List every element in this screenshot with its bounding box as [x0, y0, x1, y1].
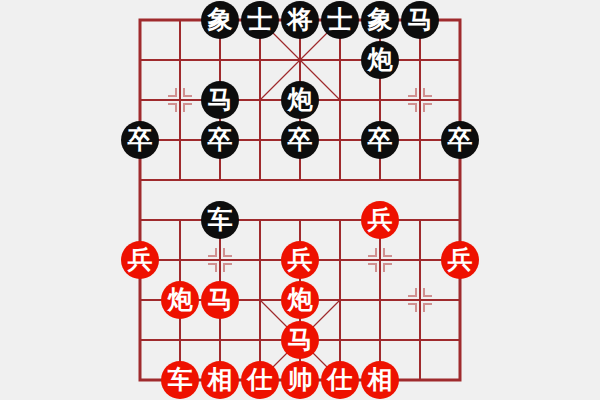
- piece-black-soldier[interactable]: 卒: [441, 121, 479, 159]
- board-point[interactable]: [320, 160, 360, 200]
- board-point[interactable]: [200, 320, 240, 360]
- piece-red-cannon[interactable]: 炮: [161, 281, 199, 319]
- board-point[interactable]: [200, 40, 240, 80]
- board-point[interactable]: 炮: [360, 40, 400, 80]
- board-point[interactable]: [160, 240, 200, 280]
- point-marker-corner: [408, 103, 417, 112]
- board-point[interactable]: [240, 120, 280, 160]
- board-point[interactable]: [240, 160, 280, 200]
- board-point[interactable]: 仕: [320, 360, 360, 400]
- point-marker-corner: [383, 248, 392, 257]
- board-point[interactable]: [280, 200, 320, 240]
- board-point[interactable]: 将: [280, 0, 320, 40]
- board-point[interactable]: [320, 120, 360, 160]
- board-point[interactable]: 象: [360, 0, 400, 40]
- board-point[interactable]: 士: [320, 0, 360, 40]
- point-marker-corner: [408, 303, 417, 312]
- board-point[interactable]: [360, 280, 400, 320]
- piece-red-soldier[interactable]: 兵: [281, 241, 319, 279]
- board-point[interactable]: [320, 80, 360, 120]
- board-point[interactable]: [240, 240, 280, 280]
- board-point[interactable]: [440, 200, 480, 240]
- board-point[interactable]: 象: [200, 0, 240, 40]
- point-marker-corner: [183, 88, 192, 97]
- board-point[interactable]: [160, 120, 200, 160]
- board-point[interactable]: 卒: [280, 120, 320, 160]
- board-point[interactable]: [360, 320, 400, 360]
- board-point[interactable]: [440, 360, 480, 400]
- board-point[interactable]: [160, 320, 200, 360]
- piece-black-advisor[interactable]: 士: [241, 1, 279, 39]
- board-point[interactable]: 兵: [120, 240, 160, 280]
- board-point[interactable]: [120, 0, 160, 40]
- board-point[interactable]: 马: [280, 320, 320, 360]
- point-marker-corner: [408, 288, 417, 297]
- piece-red-general[interactable]: 帅: [281, 361, 319, 399]
- board-point[interactable]: 相: [360, 360, 400, 400]
- board-point[interactable]: 士: [240, 0, 280, 40]
- board-point[interactable]: [440, 160, 480, 200]
- board-point[interactable]: [280, 160, 320, 200]
- point-marker-corner: [368, 263, 377, 272]
- point-marker: [368, 248, 392, 272]
- piece-black-horse[interactable]: 马: [401, 1, 439, 39]
- board-point[interactable]: [360, 80, 400, 120]
- piece-red-advisor[interactable]: 仕: [241, 361, 279, 399]
- point-marker-corner: [168, 103, 177, 112]
- board-point[interactable]: 炮: [280, 80, 320, 120]
- board-point[interactable]: [320, 320, 360, 360]
- board-point[interactable]: [360, 160, 400, 200]
- board-point[interactable]: 炮: [160, 280, 200, 320]
- piece-black-horse[interactable]: 马: [201, 81, 239, 119]
- board-point[interactable]: [400, 160, 440, 200]
- board-point[interactable]: [120, 320, 160, 360]
- point-marker-corner: [423, 103, 432, 112]
- board-point[interactable]: [440, 320, 480, 360]
- point-marker: [208, 248, 232, 272]
- point-marker-corner: [423, 288, 432, 297]
- piece-red-elephant[interactable]: 相: [201, 361, 239, 399]
- board-point[interactable]: [120, 40, 160, 80]
- board-point[interactable]: [320, 40, 360, 80]
- board-point[interactable]: [440, 0, 480, 40]
- board-point[interactable]: 卒: [440, 120, 480, 160]
- piece-red-soldier[interactable]: 兵: [441, 241, 479, 279]
- piece-black-elephant[interactable]: 象: [201, 1, 239, 39]
- piece-black-soldier[interactable]: 卒: [201, 121, 239, 159]
- board-point[interactable]: [120, 360, 160, 400]
- piece-red-soldier[interactable]: 兵: [121, 241, 159, 279]
- piece-black-cannon[interactable]: 炮: [361, 41, 399, 79]
- board-point[interactable]: [240, 320, 280, 360]
- point-marker-corner: [423, 88, 432, 97]
- point-marker: [408, 88, 432, 112]
- board-point[interactable]: [160, 0, 200, 40]
- board-point[interactable]: 马: [200, 80, 240, 120]
- board-point[interactable]: 帅: [280, 360, 320, 400]
- piece-red-advisor[interactable]: 仕: [321, 361, 359, 399]
- point-marker-corner: [208, 263, 217, 272]
- piece-red-soldier[interactable]: 兵: [361, 201, 399, 239]
- board-point[interactable]: 相: [200, 360, 240, 400]
- board-point[interactable]: 车: [160, 360, 200, 400]
- board-point[interactable]: [240, 200, 280, 240]
- piece-black-chariot[interactable]: 车: [201, 201, 239, 239]
- board-point[interactable]: 卒: [120, 120, 160, 160]
- piece-black-cannon[interactable]: 炮: [281, 81, 319, 119]
- board-point[interactable]: 卒: [360, 120, 400, 160]
- board-point[interactable]: 兵: [440, 240, 480, 280]
- board-point[interactable]: [120, 200, 160, 240]
- board-point[interactable]: 马: [200, 280, 240, 320]
- board-point[interactable]: 兵: [360, 200, 400, 240]
- piece-black-soldier[interactable]: 卒: [121, 121, 159, 159]
- board-point[interactable]: [320, 280, 360, 320]
- board-point[interactable]: [400, 280, 440, 320]
- piece-black-elephant[interactable]: 象: [361, 1, 399, 39]
- board-point[interactable]: [400, 40, 440, 80]
- board-point[interactable]: [160, 80, 200, 120]
- point-marker-corner: [223, 263, 232, 272]
- board-point[interactable]: [120, 280, 160, 320]
- point-marker-corner: [383, 263, 392, 272]
- board-point[interactable]: [320, 240, 360, 280]
- board-point[interactable]: [400, 80, 440, 120]
- piece-black-soldier[interactable]: 卒: [361, 121, 399, 159]
- board-point[interactable]: [120, 80, 160, 120]
- board-point[interactable]: [320, 200, 360, 240]
- board-point[interactable]: [440, 280, 480, 320]
- xiangqi-board: 象士将士象马炮马炮卒卒卒卒卒车兵兵兵兵炮马炮马车相仕帅仕相: [0, 0, 600, 400]
- board-point[interactable]: [160, 160, 200, 200]
- board-point[interactable]: 炮: [280, 280, 320, 320]
- point-marker-corner: [368, 248, 377, 257]
- piece-red-cannon[interactable]: 炮: [281, 281, 319, 319]
- board-point[interactable]: [440, 40, 480, 80]
- board-point[interactable]: [400, 320, 440, 360]
- piece-red-chariot[interactable]: 车: [161, 361, 199, 399]
- board-point[interactable]: [240, 280, 280, 320]
- board-point[interactable]: [160, 200, 200, 240]
- board-point[interactable]: [200, 240, 240, 280]
- board-point[interactable]: [240, 40, 280, 80]
- piece-black-general[interactable]: 将: [281, 1, 319, 39]
- board-point[interactable]: 马: [400, 0, 440, 40]
- board-point[interactable]: [200, 160, 240, 200]
- point-marker-corner: [423, 303, 432, 312]
- point-marker-corner: [223, 248, 232, 257]
- piece-red-horse[interactable]: 马: [201, 281, 239, 319]
- point-marker-corner: [208, 248, 217, 257]
- board-point[interactable]: [160, 40, 200, 80]
- piece-black-advisor[interactable]: 士: [321, 1, 359, 39]
- piece-red-elephant[interactable]: 相: [361, 361, 399, 399]
- point-marker: [168, 88, 192, 112]
- point-marker: [408, 288, 432, 312]
- board-grid: 象士将士象马炮马炮卒卒卒卒卒车兵兵兵兵炮马炮马车相仕帅仕相: [120, 0, 480, 400]
- board-point[interactable]: [400, 360, 440, 400]
- board-point[interactable]: 卒: [200, 120, 240, 160]
- point-marker-corner: [168, 88, 177, 97]
- board-point[interactable]: [400, 240, 440, 280]
- board-point[interactable]: [120, 160, 160, 200]
- point-marker-corner: [183, 103, 192, 112]
- piece-red-horse[interactable]: 马: [281, 321, 319, 359]
- piece-black-soldier[interactable]: 卒: [281, 121, 319, 159]
- board-point[interactable]: [400, 200, 440, 240]
- board-point[interactable]: 兵: [280, 240, 320, 280]
- board-point[interactable]: [440, 80, 480, 120]
- board-point[interactable]: [240, 80, 280, 120]
- point-marker-corner: [408, 88, 417, 97]
- board-point[interactable]: [280, 40, 320, 80]
- board-point[interactable]: [360, 240, 400, 280]
- board-point[interactable]: [400, 120, 440, 160]
- board-point[interactable]: 仕: [240, 360, 280, 400]
- board-point[interactable]: 车: [200, 200, 240, 240]
